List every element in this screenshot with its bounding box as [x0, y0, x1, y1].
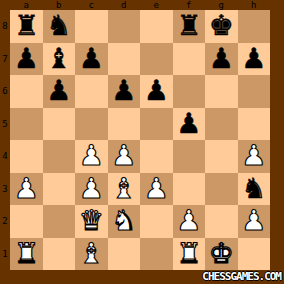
square-f6[interactable]	[173, 75, 206, 108]
square-a4[interactable]	[10, 140, 43, 173]
site-watermark: CHESSGAMES.COM	[202, 270, 281, 284]
piece-black-rook[interactable]: ♜	[176, 10, 201, 42]
square-g8[interactable]: ♚	[205, 10, 238, 43]
square-a3[interactable]: ♟	[10, 173, 43, 206]
square-h2[interactable]: ♟	[238, 205, 271, 238]
piece-white-pawn[interactable]: ♟	[79, 173, 104, 205]
piece-black-pawn[interactable]: ♟	[46, 75, 71, 107]
square-b5[interactable]	[43, 108, 76, 141]
file-label-e: e	[140, 0, 173, 10]
square-h7[interactable]: ♟	[238, 43, 271, 76]
square-g3[interactable]	[205, 173, 238, 206]
square-h3[interactable]: ♞	[238, 173, 271, 206]
square-d4[interactable]: ♟	[108, 140, 141, 173]
square-c1[interactable]: ♝	[75, 238, 108, 271]
square-d8[interactable]	[108, 10, 141, 43]
piece-white-rook[interactable]: ♜	[14, 238, 39, 270]
square-g7[interactable]: ♟	[205, 43, 238, 76]
piece-white-queen[interactable]: ♛	[79, 205, 104, 237]
file-label-h: h	[238, 0, 271, 10]
square-b2[interactable]	[43, 205, 76, 238]
square-d5[interactable]	[108, 108, 141, 141]
square-g4[interactable]	[205, 140, 238, 173]
file-label-a: a	[10, 0, 43, 10]
square-b1[interactable]	[43, 238, 76, 271]
piece-white-pawn[interactable]: ♟	[111, 140, 136, 172]
chess-board: ♜♞♜♚♟♝♟♟♟♟♟♟♟♟♟♟♟♟♝♟♞♛♞♟♟♜♝♜♚	[10, 10, 270, 270]
piece-black-pawn[interactable]: ♟	[111, 75, 136, 107]
square-f4[interactable]	[173, 140, 206, 173]
piece-black-pawn[interactable]: ♟	[79, 43, 104, 75]
square-a5[interactable]	[10, 108, 43, 141]
square-a2[interactable]	[10, 205, 43, 238]
square-d2[interactable]: ♞	[108, 205, 141, 238]
piece-white-pawn[interactable]: ♟	[14, 173, 39, 205]
piece-black-knight[interactable]: ♞	[46, 10, 71, 42]
file-label-g: g	[205, 0, 238, 10]
square-d3[interactable]: ♝	[108, 173, 141, 206]
square-c6[interactable]	[75, 75, 108, 108]
piece-white-pawn[interactable]: ♟	[241, 140, 266, 172]
file-label-c: c	[75, 0, 108, 10]
square-a1[interactable]: ♜	[10, 238, 43, 271]
piece-white-pawn[interactable]: ♟	[144, 173, 169, 205]
piece-black-king[interactable]: ♚	[209, 10, 234, 42]
piece-black-pawn[interactable]: ♟	[241, 43, 266, 75]
square-h4[interactable]: ♟	[238, 140, 271, 173]
piece-white-rook[interactable]: ♜	[176, 238, 201, 270]
piece-white-bishop[interactable]: ♝	[111, 173, 136, 205]
piece-white-bishop[interactable]: ♝	[79, 238, 104, 270]
piece-white-king[interactable]: ♚	[209, 238, 234, 270]
square-b3[interactable]	[43, 173, 76, 206]
square-e1[interactable]	[140, 238, 173, 271]
rank-label-5: 5	[0, 108, 10, 141]
square-b7[interactable]: ♝	[43, 43, 76, 76]
square-f8[interactable]: ♜	[173, 10, 206, 43]
square-e8[interactable]	[140, 10, 173, 43]
rank-label-4: 4	[0, 140, 10, 173]
piece-black-knight[interactable]: ♞	[241, 173, 266, 205]
square-d7[interactable]	[108, 43, 141, 76]
square-g5[interactable]	[205, 108, 238, 141]
square-h8[interactable]	[238, 10, 271, 43]
square-c8[interactable]	[75, 10, 108, 43]
rank-label-2: 2	[0, 205, 10, 238]
square-e7[interactable]	[140, 43, 173, 76]
rank-label-1: 1	[0, 238, 10, 271]
square-f1[interactable]: ♜	[173, 238, 206, 271]
file-label-f: f	[173, 0, 206, 10]
square-b8[interactable]: ♞	[43, 10, 76, 43]
square-a8[interactable]: ♜	[10, 10, 43, 43]
piece-white-pawn[interactable]: ♟	[79, 140, 104, 172]
square-c7[interactable]: ♟	[75, 43, 108, 76]
rank-label-7: 7	[0, 43, 10, 76]
square-a7[interactable]: ♟	[10, 43, 43, 76]
square-f7[interactable]	[173, 43, 206, 76]
square-f2[interactable]: ♟	[173, 205, 206, 238]
piece-white-pawn[interactable]: ♟	[176, 205, 201, 237]
square-c5[interactable]	[75, 108, 108, 141]
piece-white-pawn[interactable]: ♟	[241, 205, 266, 237]
square-f3[interactable]	[173, 173, 206, 206]
square-e4[interactable]	[140, 140, 173, 173]
piece-black-bishop[interactable]: ♝	[46, 43, 71, 75]
piece-black-pawn[interactable]: ♟	[144, 75, 169, 107]
square-e6[interactable]: ♟	[140, 75, 173, 108]
square-c3[interactable]: ♟	[75, 173, 108, 206]
square-h1[interactable]	[238, 238, 271, 271]
square-g2[interactable]	[205, 205, 238, 238]
rank-label-6: 6	[0, 75, 10, 108]
piece-black-pawn[interactable]: ♟	[209, 43, 234, 75]
square-c4[interactable]: ♟	[75, 140, 108, 173]
rank-label-3: 3	[0, 173, 10, 206]
file-label-b: b	[43, 0, 76, 10]
piece-black-pawn[interactable]: ♟	[14, 43, 39, 75]
square-b4[interactable]	[43, 140, 76, 173]
square-g6[interactable]	[205, 75, 238, 108]
square-h6[interactable]	[238, 75, 271, 108]
chess-diagram: abcdefgh 87654321 ♜♞♜♚♟♝♟♟♟♟♟♟♟♟♟♟♟♟♝♟♞♛…	[0, 0, 284, 284]
piece-black-rook[interactable]: ♜	[14, 10, 39, 42]
square-b6[interactable]: ♟	[43, 75, 76, 108]
piece-black-pawn[interactable]: ♟	[176, 108, 201, 140]
file-label-d: d	[108, 0, 141, 10]
rank-label-8: 8	[0, 10, 10, 43]
square-a6[interactable]	[10, 75, 43, 108]
square-c2[interactable]: ♛	[75, 205, 108, 238]
piece-white-knight[interactable]: ♞	[111, 205, 136, 237]
square-e3[interactable]: ♟	[140, 173, 173, 206]
square-d1[interactable]	[108, 238, 141, 271]
square-e5[interactable]	[140, 108, 173, 141]
square-e2[interactable]	[140, 205, 173, 238]
square-g1[interactable]: ♚	[205, 238, 238, 271]
square-d6[interactable]: ♟	[108, 75, 141, 108]
square-h5[interactable]	[238, 108, 271, 141]
square-f5[interactable]: ♟	[173, 108, 206, 141]
